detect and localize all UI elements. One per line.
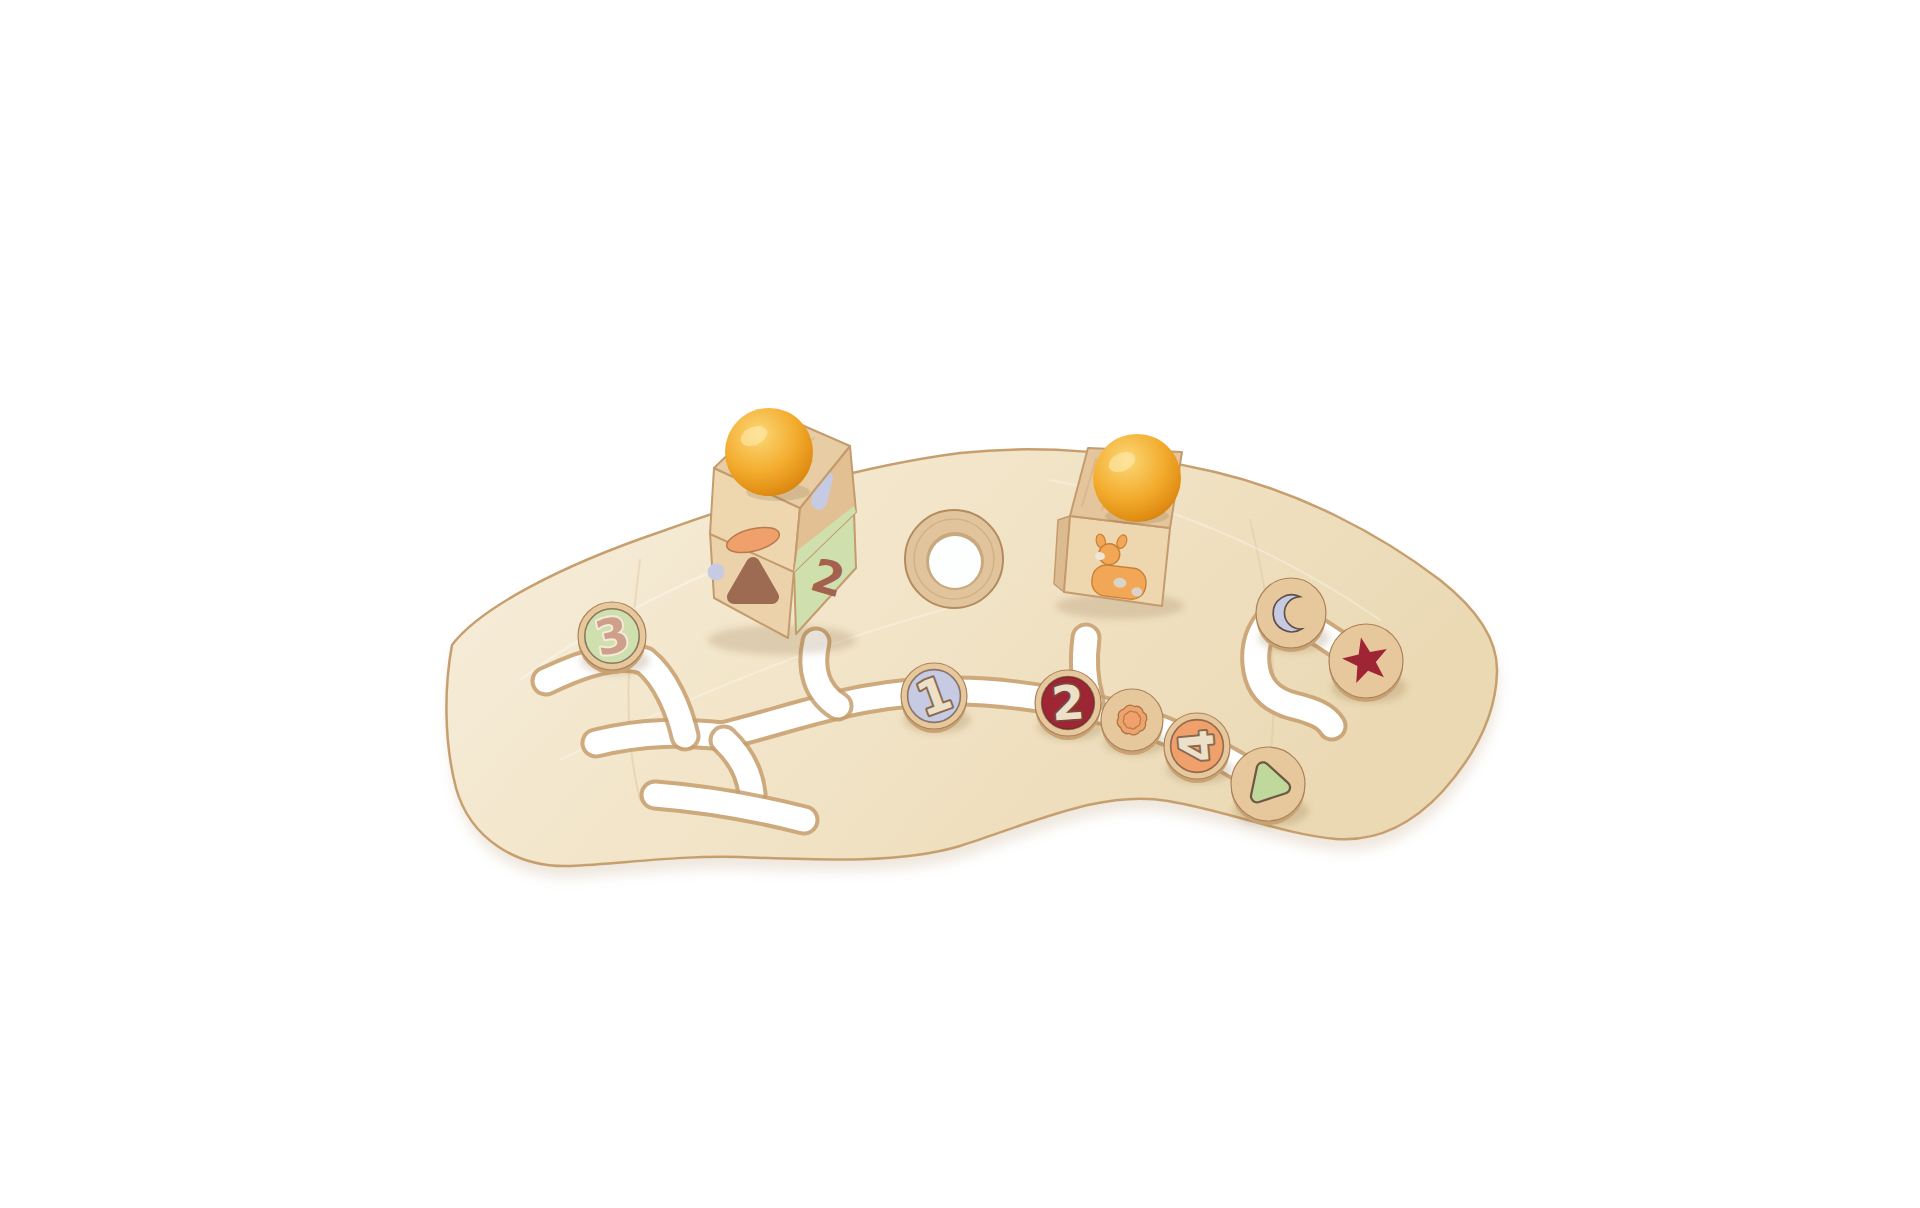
disc-number-glyph: 2 xyxy=(1050,674,1086,731)
lavender-halfdot-doodle xyxy=(708,564,725,581)
toy-board-svg: 2 3124 xyxy=(0,0,1920,1208)
yellow-ball-knob[interactable] xyxy=(725,408,813,496)
disc-number-glyph: 4 xyxy=(1168,727,1226,764)
disc-wood-face xyxy=(1256,578,1326,648)
ring-hole xyxy=(905,510,1003,608)
yellow-ball-knob[interactable] xyxy=(1093,434,1181,522)
product-photo: 2 3124 xyxy=(0,0,1920,1208)
